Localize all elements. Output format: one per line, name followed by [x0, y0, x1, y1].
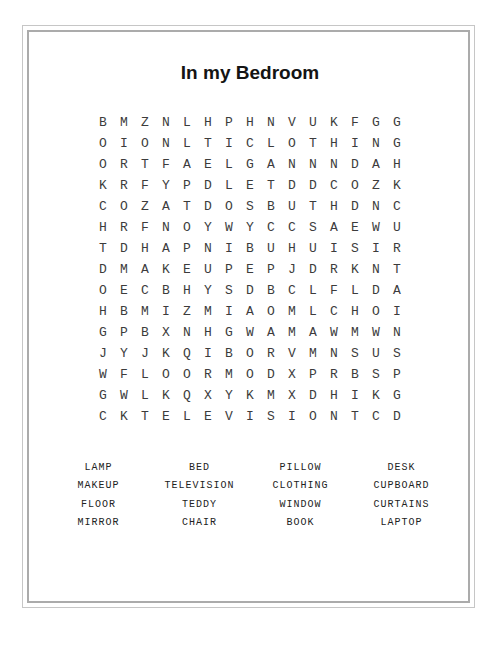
grid-cell: V	[219, 406, 240, 427]
grid-cell: F	[156, 154, 177, 175]
grid-cell: L	[177, 133, 198, 154]
grid-cell: B	[156, 280, 177, 301]
grid-cell: O	[240, 343, 261, 364]
word-item: CUPBOARD	[351, 477, 452, 496]
grid-cell: A	[156, 238, 177, 259]
grid-cell: H	[387, 154, 408, 175]
grid-cell: D	[282, 175, 303, 196]
grid-cell: R	[324, 364, 345, 385]
grid-cell: O	[93, 280, 114, 301]
word-item: MIRROR	[48, 514, 149, 533]
grid-cell: W	[114, 385, 135, 406]
grid-cell: D	[198, 196, 219, 217]
grid-cell: U	[303, 112, 324, 133]
grid-cell: M	[303, 343, 324, 364]
grid-cell: H	[93, 301, 114, 322]
letter-grid: BMZNLHPHNVUKFGGOIONLTICLOTHINGORTFAELGAN…	[93, 112, 408, 427]
grid-cell: A	[366, 154, 387, 175]
grid-cell: O	[93, 154, 114, 175]
grid-cell: W	[366, 322, 387, 343]
grid-cell: L	[135, 364, 156, 385]
grid-cell: N	[387, 322, 408, 343]
grid-cell: E	[345, 217, 366, 238]
grid-cell: R	[198, 364, 219, 385]
grid-cell: M	[114, 259, 135, 280]
grid-cell: V	[282, 112, 303, 133]
grid-cell: M	[114, 112, 135, 133]
grid-cell: K	[240, 385, 261, 406]
grid-cell: T	[135, 406, 156, 427]
grid-cell: E	[240, 259, 261, 280]
grid-cell: L	[303, 280, 324, 301]
grid-cell: O	[135, 133, 156, 154]
grid-cell: C	[366, 406, 387, 427]
grid-cell: Z	[177, 301, 198, 322]
grid-cell: L	[261, 133, 282, 154]
grid-cell: K	[156, 259, 177, 280]
grid-cell: F	[114, 364, 135, 385]
grid-cell: N	[198, 238, 219, 259]
grid-cell: D	[93, 259, 114, 280]
grid-cell: K	[156, 343, 177, 364]
grid-cell: T	[303, 133, 324, 154]
grid-cell: K	[366, 385, 387, 406]
word-item: CHAIR	[149, 514, 250, 533]
grid-cell: A	[387, 280, 408, 301]
word-item: MAKEUP	[48, 477, 149, 496]
grid-cell: Z	[135, 196, 156, 217]
grid-cell: T	[345, 406, 366, 427]
grid-cell: C	[324, 175, 345, 196]
grid-cell: Z	[135, 112, 156, 133]
grid-cell: A	[135, 259, 156, 280]
grid-cell: E	[156, 406, 177, 427]
grid-cell: W	[219, 217, 240, 238]
grid-cell: E	[198, 154, 219, 175]
grid-cell: M	[282, 301, 303, 322]
grid-cell: Y	[114, 343, 135, 364]
grid-cell: E	[114, 280, 135, 301]
grid-cell: P	[261, 259, 282, 280]
grid-cell: B	[114, 301, 135, 322]
grid-cell: X	[282, 385, 303, 406]
grid-cell: H	[135, 238, 156, 259]
grid-cell: P	[219, 112, 240, 133]
grid-cell: L	[135, 385, 156, 406]
grid-cell: C	[93, 196, 114, 217]
grid-cell: M	[282, 322, 303, 343]
grid-cell: I	[345, 385, 366, 406]
grid-cell: S	[345, 343, 366, 364]
grid-cell: F	[324, 280, 345, 301]
grid-cell: A	[240, 301, 261, 322]
grid-cell: U	[366, 343, 387, 364]
grid-cell: C	[261, 217, 282, 238]
grid-cell: U	[303, 238, 324, 259]
grid-cell: T	[177, 196, 198, 217]
grid-cell: U	[198, 259, 219, 280]
grid-cell: R	[114, 154, 135, 175]
grid-cell: P	[177, 175, 198, 196]
grid-cell: G	[219, 322, 240, 343]
grid-cell: H	[345, 301, 366, 322]
word-item: DESK	[351, 458, 452, 477]
grid-cell: M	[261, 385, 282, 406]
grid-cell: P	[303, 364, 324, 385]
grid-cell: T	[93, 238, 114, 259]
grid-cell: H	[198, 322, 219, 343]
grid-cell: F	[345, 112, 366, 133]
grid-cell: D	[303, 385, 324, 406]
grid-cell: C	[282, 217, 303, 238]
grid-cell: J	[93, 343, 114, 364]
grid-cell: P	[387, 364, 408, 385]
grid-cell: B	[219, 343, 240, 364]
grid-cell: E	[177, 259, 198, 280]
grid-cell: N	[324, 343, 345, 364]
grid-cell: C	[135, 280, 156, 301]
grid-cell: N	[282, 154, 303, 175]
grid-cell: O	[282, 133, 303, 154]
grid-cell: D	[114, 238, 135, 259]
grid-cell: B	[240, 238, 261, 259]
grid-cell: O	[114, 196, 135, 217]
grid-cell: N	[303, 154, 324, 175]
grid-cell: N	[366, 259, 387, 280]
grid-cell: T	[261, 175, 282, 196]
grid-cell: O	[240, 364, 261, 385]
grid-cell: L	[219, 154, 240, 175]
grid-cell: I	[219, 238, 240, 259]
grid-cell: D	[261, 364, 282, 385]
grid-cell: I	[282, 406, 303, 427]
grid-cell: W	[240, 322, 261, 343]
grid-cell: N	[261, 112, 282, 133]
grid-cell: A	[261, 322, 282, 343]
grid-cell: A	[261, 154, 282, 175]
grid-cell: Y	[156, 175, 177, 196]
grid-cell: W	[93, 364, 114, 385]
grid-cell: R	[324, 259, 345, 280]
word-item: CLOTHING	[250, 477, 351, 496]
grid-cell: L	[177, 112, 198, 133]
grid-cell: A	[177, 154, 198, 175]
grid-cell: A	[303, 322, 324, 343]
grid-cell: C	[93, 406, 114, 427]
grid-cell: X	[198, 385, 219, 406]
grid-cell: B	[345, 364, 366, 385]
grid-cell: N	[156, 217, 177, 238]
grid-cell: D	[303, 175, 324, 196]
grid-cell: E	[198, 406, 219, 427]
grid-cell: J	[135, 343, 156, 364]
grid-cell: O	[261, 301, 282, 322]
grid-cell: K	[156, 385, 177, 406]
grid-cell: C	[387, 196, 408, 217]
grid-cell: F	[135, 175, 156, 196]
grid-cell: C	[240, 133, 261, 154]
grid-cell: I	[345, 133, 366, 154]
grid-cell: C	[282, 280, 303, 301]
grid-cell: R	[387, 238, 408, 259]
grid-cell: R	[114, 217, 135, 238]
grid-cell: L	[177, 406, 198, 427]
grid-cell: I	[114, 133, 135, 154]
grid-cell: P	[114, 322, 135, 343]
grid-cell: H	[324, 196, 345, 217]
grid-cell: B	[93, 112, 114, 133]
grid-cell: D	[303, 259, 324, 280]
word-list: LAMPBEDPILLOWDESKMAKEUPTELEVISIONCLOTHIN…	[48, 458, 452, 532]
grid-cell: C	[324, 301, 345, 322]
grid-cell: J	[282, 259, 303, 280]
page-title: In my Bedroom	[0, 62, 500, 84]
grid-cell: S	[387, 343, 408, 364]
grid-cell: Z	[366, 175, 387, 196]
grid-cell: O	[177, 217, 198, 238]
grid-cell: G	[93, 322, 114, 343]
grid-cell: G	[93, 385, 114, 406]
word-item: BED	[149, 458, 250, 477]
grid-cell: G	[387, 112, 408, 133]
grid-cell: H	[198, 112, 219, 133]
grid-cell: O	[303, 406, 324, 427]
grid-cell: K	[93, 175, 114, 196]
grid-cell: Q	[177, 385, 198, 406]
grid-cell: B	[261, 196, 282, 217]
grid-cell: I	[324, 238, 345, 259]
grid-cell: I	[219, 133, 240, 154]
word-item: LAPTOP	[351, 514, 452, 533]
grid-cell: O	[177, 364, 198, 385]
grid-cell: G	[387, 385, 408, 406]
grid-cell: D	[240, 280, 261, 301]
grid-cell: Q	[177, 343, 198, 364]
grid-cell: S	[366, 364, 387, 385]
grid-cell: Y	[219, 385, 240, 406]
grid-cell: N	[156, 112, 177, 133]
grid-cell: X	[156, 322, 177, 343]
grid-cell: D	[345, 154, 366, 175]
grid-cell: H	[324, 385, 345, 406]
grid-cell: O	[219, 196, 240, 217]
grid-cell: N	[177, 322, 198, 343]
grid-cell: T	[135, 154, 156, 175]
grid-cell: S	[261, 406, 282, 427]
grid-cell: G	[240, 154, 261, 175]
grid-cell: G	[387, 133, 408, 154]
grid-cell: O	[366, 301, 387, 322]
grid-cell: N	[324, 406, 345, 427]
grid-cell: L	[219, 175, 240, 196]
grid-cell: S	[219, 280, 240, 301]
grid-cell: O	[345, 175, 366, 196]
grid-cell: I	[387, 301, 408, 322]
grid-cell: V	[282, 343, 303, 364]
grid-cell: D	[387, 406, 408, 427]
grid-cell: E	[240, 175, 261, 196]
grid-cell: H	[240, 112, 261, 133]
grid-cell: X	[282, 364, 303, 385]
grid-cell: Y	[240, 217, 261, 238]
grid-cell: L	[303, 301, 324, 322]
grid-cell: M	[219, 364, 240, 385]
word-item: BOOK	[250, 514, 351, 533]
grid-cell: Y	[198, 217, 219, 238]
grid-cell: R	[261, 343, 282, 364]
grid-cell: A	[324, 217, 345, 238]
grid-cell: D	[366, 280, 387, 301]
grid-cell: I	[198, 343, 219, 364]
word-item: LAMP	[48, 458, 149, 477]
word-item: PILLOW	[250, 458, 351, 477]
grid-cell: B	[135, 322, 156, 343]
grid-cell: U	[387, 217, 408, 238]
grid-cell: H	[177, 280, 198, 301]
grid-cell: M	[345, 322, 366, 343]
grid-cell: B	[261, 280, 282, 301]
grid-cell: I	[219, 301, 240, 322]
grid-cell: W	[366, 217, 387, 238]
word-item: TELEVISION	[149, 477, 250, 496]
grid-cell: N	[366, 133, 387, 154]
grid-cell: P	[177, 238, 198, 259]
grid-cell: W	[324, 322, 345, 343]
word-item: TEDDY	[149, 495, 250, 514]
grid-cell: N	[324, 154, 345, 175]
grid-cell: M	[198, 301, 219, 322]
grid-cell: S	[240, 196, 261, 217]
grid-cell: I	[366, 238, 387, 259]
grid-cell: R	[114, 175, 135, 196]
grid-cell: K	[387, 175, 408, 196]
word-item: WINDOW	[250, 495, 351, 514]
word-item: CURTAINS	[351, 495, 452, 514]
grid-cell: N	[366, 196, 387, 217]
grid-cell: A	[156, 196, 177, 217]
grid-cell: D	[345, 196, 366, 217]
grid-cell: H	[93, 217, 114, 238]
grid-cell: K	[345, 259, 366, 280]
word-item: FLOOR	[48, 495, 149, 514]
grid-cell: S	[303, 217, 324, 238]
grid-cell: I	[240, 406, 261, 427]
grid-cell: T	[387, 259, 408, 280]
grid-cell: H	[282, 238, 303, 259]
grid-cell: T	[198, 133, 219, 154]
grid-cell: G	[366, 112, 387, 133]
grid-cell: L	[345, 280, 366, 301]
grid-cell: O	[156, 364, 177, 385]
grid-cell: T	[303, 196, 324, 217]
grid-cell: U	[282, 196, 303, 217]
grid-cell: O	[93, 133, 114, 154]
grid-cell: S	[345, 238, 366, 259]
grid-cell: M	[135, 301, 156, 322]
grid-cell: F	[135, 217, 156, 238]
grid-cell: D	[198, 175, 219, 196]
grid-cell: I	[156, 301, 177, 322]
grid-cell: P	[219, 259, 240, 280]
grid-cell: K	[324, 112, 345, 133]
grid-cell: U	[261, 238, 282, 259]
grid-cell: Y	[198, 280, 219, 301]
grid-cell: K	[114, 406, 135, 427]
grid-cell: N	[156, 133, 177, 154]
grid-cell: H	[324, 133, 345, 154]
